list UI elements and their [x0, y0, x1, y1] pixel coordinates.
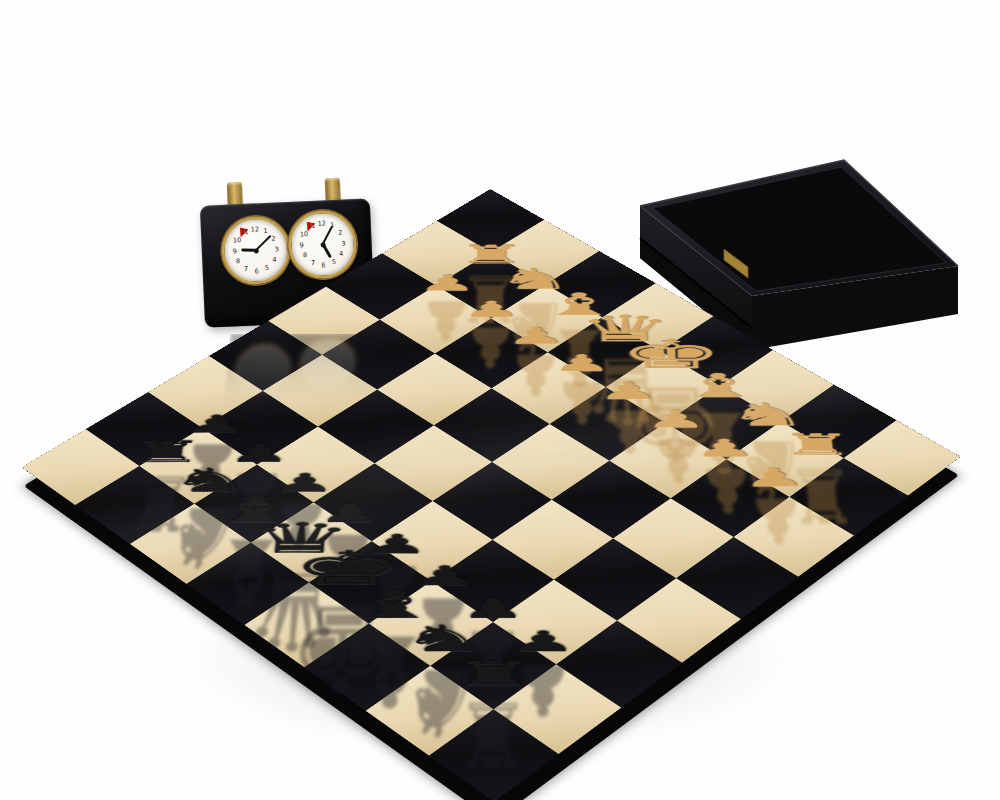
- board-scene: ♜♞♝♛♚♝♞♜♟♟♟♟♟♟♟♟♟♟♟♟♟♟♟♟♜♞♝♛♚♝♞♜ ♜♞♝♛♚♝♞…: [0, 0, 1000, 800]
- chessboard: ♜♞♝♛♚♝♞♜♟♟♟♟♟♟♟♟♟♟♟♟♟♟♟♟♜♞♝♛♚♝♞♜ ♜♞♝♛♚♝♞…: [22, 189, 961, 800]
- chess-piece-white-pawn[interactable]: ♟: [644, 407, 708, 431]
- chess-piece-black-pawn[interactable]: ♟: [459, 595, 527, 623]
- chess-piece-white-knight[interactable]: ♞: [726, 399, 810, 430]
- chess-piece-black-pawn[interactable]: ♟: [183, 412, 249, 436]
- chess-piece-white-pawn[interactable]: ♟: [461, 298, 522, 320]
- chess-piece-white-pawn[interactable]: ♟: [506, 324, 567, 347]
- chess-piece-white-pawn[interactable]: ♟: [417, 272, 477, 294]
- chess-piece-black-knight[interactable]: ♞: [399, 621, 488, 658]
- chess-set-photo: 121234567891011 121234567891011 ♜♞♝♛♚♝♞♜…: [0, 0, 1000, 800]
- chess-piece-white-rook[interactable]: ♜: [778, 430, 857, 459]
- chess-piece-white-pawn[interactable]: ♟: [597, 379, 660, 403]
- chess-piece-black-pawn[interactable]: ♟: [411, 562, 478, 589]
- chess-piece-black-rook[interactable]: ♜: [452, 657, 535, 692]
- chess-piece-black-pawn[interactable]: ♟: [363, 531, 430, 557]
- chess-piece-white-pawn[interactable]: ♟: [551, 351, 613, 374]
- chess-piece-white-pawn[interactable]: ♟: [692, 436, 757, 461]
